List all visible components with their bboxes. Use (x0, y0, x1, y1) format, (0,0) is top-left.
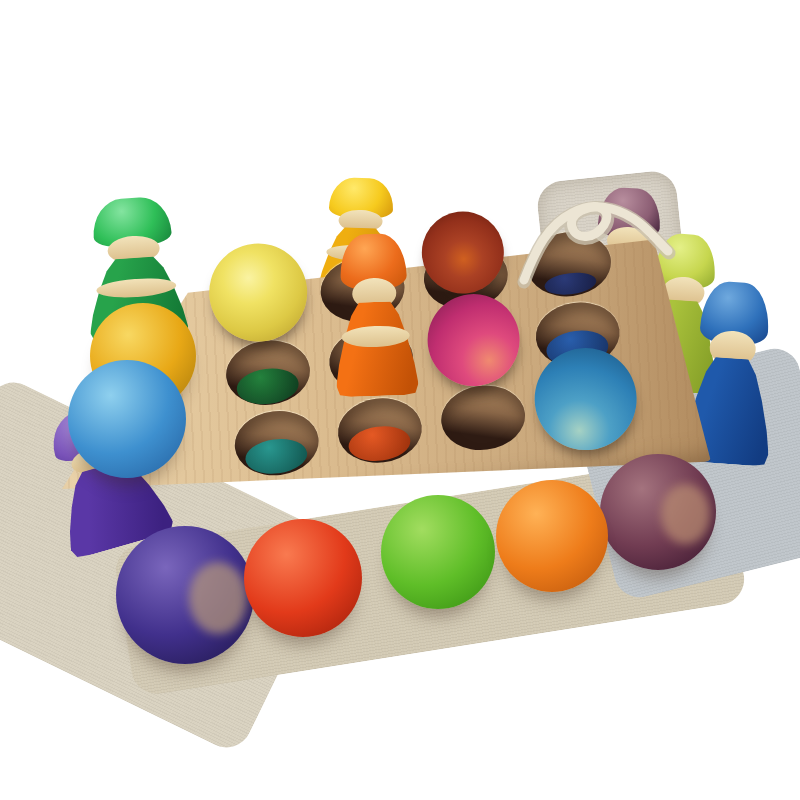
grass-green-ball[interactable] (381, 495, 495, 609)
orange-peg-doll[interactable] (331, 233, 419, 398)
navy-ball-sunken[interactable] (543, 270, 597, 298)
azure-ball[interactable] (68, 360, 186, 478)
plum-ball-light-patch (661, 484, 710, 544)
cell-r3c1 (221, 401, 333, 484)
cell-r3c2 (324, 389, 436, 472)
hole-r2c1[interactable] (222, 336, 313, 410)
plum-ball[interactable] (600, 454, 716, 570)
hole-r3c3[interactable] (438, 381, 529, 455)
indigo-ball-light-patch (189, 562, 247, 634)
hole-r1c4[interactable] (524, 228, 615, 302)
orange-peg-doll-body (334, 301, 419, 398)
indigo-ball[interactable] (116, 526, 254, 664)
cell-r3c3 (427, 376, 539, 459)
cell-r3c4 (530, 363, 642, 446)
scene (0, 0, 800, 800)
cell-r1c1 (204, 261, 316, 344)
orange-ball[interactable] (496, 480, 608, 592)
red-ball[interactable] (244, 519, 362, 637)
cell-r2c1 (212, 331, 324, 414)
cell-r1c4 (513, 223, 625, 306)
teal-ball-sunken[interactable] (244, 435, 310, 477)
cell-r2c3 (419, 306, 531, 389)
yellow-ball[interactable] (204, 238, 313, 347)
hole-r3c2[interactable] (334, 393, 425, 467)
hole-r3c1[interactable] (231, 406, 322, 480)
green-ball-sunken[interactable] (235, 365, 301, 407)
orange-ball-sunken[interactable] (347, 423, 413, 465)
